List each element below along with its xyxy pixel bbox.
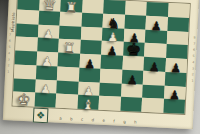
rank-label: 5 bbox=[8, 45, 10, 49]
board-maker-logo-icon: ❖ bbox=[33, 107, 49, 123]
square-c2[interactable] bbox=[56, 80, 78, 95]
file-label: c bbox=[81, 117, 83, 122]
square-f7[interactable] bbox=[124, 15, 146, 30]
file-label: a bbox=[59, 116, 62, 121]
square-h8[interactable] bbox=[168, 3, 190, 18]
file-label: e bbox=[102, 118, 105, 123]
square-a7[interactable] bbox=[17, 9, 39, 24]
square-a1[interactable]: ♚ bbox=[13, 92, 35, 107]
square-b6[interactable]: ♟ bbox=[37, 24, 59, 39]
white-rook-c5[interactable]: ♜ bbox=[63, 41, 76, 56]
rank-label: 2 bbox=[191, 73, 193, 77]
black-pawn-g7[interactable]: ♟ bbox=[151, 20, 162, 33]
black-pawn-h2[interactable]: ♟ bbox=[169, 89, 180, 102]
file-labels-bottom: abcdefgh bbox=[55, 116, 141, 125]
square-e2[interactable] bbox=[99, 82, 121, 97]
rank-label: 7 bbox=[193, 42, 195, 46]
square-b2[interactable]: ♟ bbox=[35, 79, 57, 94]
black-knight-e7[interactable]: ♞ bbox=[107, 15, 120, 30]
square-e3[interactable] bbox=[100, 68, 122, 83]
white-pawn-e6[interactable]: ♟ bbox=[107, 31, 118, 44]
square-e1[interactable] bbox=[98, 96, 120, 111]
square-b4[interactable]: ♟ bbox=[36, 52, 58, 67]
black-pawn-e5[interactable]: ♟ bbox=[106, 45, 117, 58]
rank-label: 2 bbox=[7, 64, 9, 68]
square-d5[interactable] bbox=[80, 40, 102, 55]
white-pawn-b4[interactable]: ♟ bbox=[41, 55, 53, 69]
rank-label: 5 bbox=[192, 54, 194, 58]
square-h7[interactable] bbox=[167, 17, 189, 32]
file-label: b bbox=[70, 117, 73, 122]
rank-label: 8 bbox=[193, 36, 195, 40]
square-a4[interactable] bbox=[15, 51, 37, 66]
rank-label: 6 bbox=[192, 48, 194, 52]
white-pawn-d2[interactable]: ♟ bbox=[83, 85, 94, 98]
rank-label: 3 bbox=[191, 67, 193, 71]
rank-label: 4 bbox=[192, 60, 194, 64]
square-g4[interactable]: ♟ bbox=[143, 57, 165, 72]
rank-label: 1 bbox=[191, 79, 193, 83]
square-g2[interactable] bbox=[142, 84, 164, 99]
square-c1[interactable] bbox=[56, 94, 78, 109]
rank-label: 8 bbox=[9, 27, 11, 31]
photo-background: Mephisto 87654321 87654321 abcdefgh ❖ ♛♜… bbox=[0, 0, 200, 134]
square-h6[interactable] bbox=[166, 30, 188, 45]
square-h4[interactable]: ♟ bbox=[165, 58, 187, 73]
square-d7[interactable] bbox=[81, 12, 103, 27]
white-rook-c8[interactable]: ♜ bbox=[65, 0, 78, 14]
square-g7[interactable]: ♟ bbox=[145, 16, 167, 31]
black-pawn-f3[interactable]: ♟ bbox=[127, 74, 138, 87]
square-a6[interactable] bbox=[16, 23, 38, 38]
square-e8[interactable] bbox=[103, 0, 125, 15]
board-grid: ♛♜♞♟♟♟♟♜♟♚♟♟♟♟♟♟♟♟♚♝ bbox=[13, 0, 190, 114]
square-f5[interactable]: ♚ bbox=[123, 42, 145, 57]
square-a3[interactable] bbox=[14, 64, 36, 79]
square-c6[interactable] bbox=[59, 25, 81, 40]
file-label: f bbox=[113, 119, 115, 124]
rank-label: 7 bbox=[9, 33, 11, 37]
white-pawn-b6[interactable]: ♟ bbox=[43, 28, 54, 41]
rank-label: 4 bbox=[8, 51, 10, 55]
square-f8[interactable] bbox=[125, 1, 147, 16]
white-bishop-d1[interactable]: ♝ bbox=[82, 98, 94, 112]
file-label: h bbox=[134, 120, 137, 125]
chess-board: Mephisto 87654321 87654321 abcdefgh ❖ ♛♜… bbox=[3, 0, 199, 129]
black-pawn-h4[interactable]: ♟ bbox=[170, 62, 181, 75]
black-pawn-d4[interactable]: ♟ bbox=[84, 58, 95, 71]
white-pawn-b2[interactable]: ♟ bbox=[40, 83, 51, 96]
square-d2[interactable]: ♟ bbox=[78, 81, 100, 96]
square-h5[interactable] bbox=[166, 44, 188, 59]
rank-label: 3 bbox=[8, 58, 10, 62]
square-c3[interactable] bbox=[57, 66, 79, 81]
square-h2[interactable]: ♟ bbox=[164, 85, 186, 100]
square-g1[interactable] bbox=[141, 98, 163, 113]
black-king-f5[interactable]: ♚ bbox=[126, 41, 142, 59]
file-label: g bbox=[123, 119, 126, 124]
square-d1[interactable]: ♝ bbox=[77, 95, 99, 110]
square-g8[interactable] bbox=[146, 2, 168, 17]
square-d6[interactable] bbox=[80, 26, 102, 41]
square-d8[interactable] bbox=[82, 0, 104, 14]
black-pawn-g4[interactable]: ♟ bbox=[149, 61, 160, 74]
rank-labels-left: 87654321 bbox=[7, 25, 11, 75]
square-c5[interactable]: ♜ bbox=[58, 39, 80, 54]
white-king-a1[interactable]: ♚ bbox=[16, 92, 31, 109]
square-f1[interactable] bbox=[120, 97, 142, 112]
rank-label: 1 bbox=[7, 70, 9, 74]
square-g5[interactable] bbox=[144, 43, 166, 58]
square-d4[interactable]: ♟ bbox=[79, 54, 101, 69]
square-e7[interactable]: ♞ bbox=[103, 14, 125, 29]
rank-labels-right: 87654321 bbox=[191, 34, 195, 84]
square-a5[interactable] bbox=[15, 37, 37, 52]
square-f3[interactable]: ♟ bbox=[121, 70, 143, 85]
rank-label: 6 bbox=[9, 39, 11, 43]
square-b8[interactable]: ♛ bbox=[39, 0, 61, 11]
file-label: d bbox=[91, 118, 94, 123]
white-queen-b8[interactable]: ♛ bbox=[42, 0, 57, 13]
